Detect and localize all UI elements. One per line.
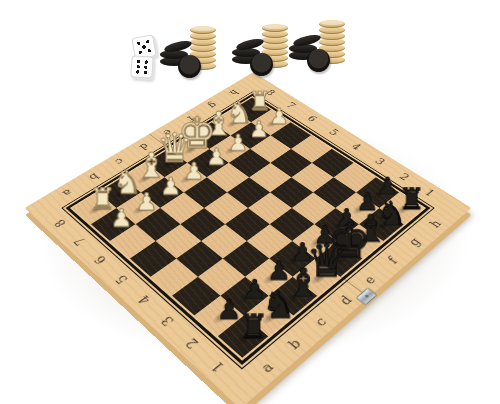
piece-shadow <box>304 267 334 290</box>
checkers-group-1 <box>158 10 220 80</box>
board-squares: ♜♞♝♛♚♝♞♜♟♟♟♟♟♟♟♟♟♟♟♟♟♟♟♟♜♞♝♛♚♝♞♜ <box>73 98 424 358</box>
piece-shadow <box>327 249 356 272</box>
piece-shadow <box>174 169 201 188</box>
black-checker-face <box>250 53 273 76</box>
piece-shadow <box>280 249 309 272</box>
wood-checker <box>190 26 216 34</box>
piece-shadow <box>349 232 377 254</box>
product-photo: abcdefgh abcdefgh 87654321 87654321 ♜♞♝♛… <box>0 0 500 404</box>
piece-shadow <box>107 184 135 203</box>
wood-checker <box>319 20 345 28</box>
square-a7: ♟ <box>91 208 136 241</box>
white-die-2 <box>130 55 153 78</box>
piece-shadow <box>370 215 397 236</box>
black-checker-face <box>307 49 330 72</box>
piece-shadow <box>255 305 286 331</box>
piece-shadow <box>131 169 159 188</box>
piece-shadow <box>155 155 182 173</box>
checkers-group-3 <box>287 4 349 74</box>
wood-checker <box>262 24 288 32</box>
piece-shadow <box>229 325 261 352</box>
rank-label-2: 2 <box>384 163 424 191</box>
piece-shadow <box>260 115 285 131</box>
inner-frame-thick-line: ♜♞♝♛♚♝♞♜♟♟♟♟♟♟♟♟♟♟♟♟♟♟♟♟♜♞♝♛♚♝♞♜ <box>66 94 431 365</box>
inner-frame-outer-line: ♜♞♝♛♚♝♞♜♟♟♟♟♟♟♟♟♟♟♟♟♟♟♟♟♜♞♝♛♚♝♞♜ <box>61 91 434 369</box>
square-d1: ♛ <box>293 259 340 296</box>
piece-shadow <box>390 199 417 219</box>
piece-shadow <box>150 184 178 203</box>
checkers-group-2 <box>230 8 292 78</box>
piece-shadow <box>303 232 331 254</box>
piece-shadow <box>325 215 353 236</box>
chessboard: abcdefgh abcdefgh 87654321 87654321 ♜♞♝♛… <box>25 72 472 404</box>
piece-shadow <box>280 285 310 309</box>
square-h1: ♜ <box>380 192 424 224</box>
piece-shadow <box>346 199 373 219</box>
black-checker-face <box>178 55 201 78</box>
square-g1: ♞ <box>359 208 404 241</box>
